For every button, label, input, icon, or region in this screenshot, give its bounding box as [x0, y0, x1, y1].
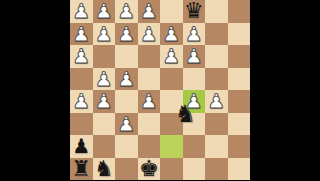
square-f3[interactable]: [115, 45, 138, 68]
square-h7[interactable]: ♟: [70, 135, 93, 158]
square-g7[interactable]: [93, 135, 116, 158]
square-h6[interactable]: [70, 113, 93, 136]
square-h8[interactable]: ♜: [70, 158, 93, 181]
white-pawn-on-g5: ♟: [95, 91, 113, 111]
square-a8[interactable]: [228, 158, 251, 181]
white-pawn-on-g2: ♟: [95, 24, 113, 44]
white-pawn-on-e5: ♟: [140, 91, 158, 111]
square-b7[interactable]: [205, 135, 228, 158]
black-knight-on-g8: ♞: [94, 158, 114, 180]
square-a2[interactable]: [228, 23, 251, 46]
black-rook-on-h8: ♜: [71, 158, 91, 180]
square-g2[interactable]: ♟: [93, 23, 116, 46]
square-c6[interactable]: [183, 113, 206, 136]
square-d8[interactable]: [160, 158, 183, 181]
square-g5[interactable]: ♟: [93, 90, 116, 113]
square-d2[interactable]: ♟: [160, 23, 183, 46]
white-pawn-on-f2: ♟: [117, 24, 135, 44]
square-e3[interactable]: [138, 45, 161, 68]
square-g1[interactable]: ♟: [93, 0, 116, 23]
square-a6[interactable]: [228, 113, 251, 136]
white-pawn-on-f1: ♟: [117, 1, 135, 21]
black-queen-on-c1: ♛: [184, 0, 204, 22]
white-pawn-on-g4: ♟: [95, 69, 113, 89]
square-c8[interactable]: [183, 158, 206, 181]
white-pawn-on-c5: ♟: [185, 91, 203, 111]
black-king-on-e8: ♚: [139, 158, 159, 180]
square-b3[interactable]: [205, 45, 228, 68]
square-b8[interactable]: [205, 158, 228, 181]
square-a5[interactable]: [228, 90, 251, 113]
white-pawn-on-h2: ♟: [72, 24, 90, 44]
square-a3[interactable]: [228, 45, 251, 68]
square-a1[interactable]: [228, 0, 251, 23]
white-pawn-on-h3: ♟: [72, 46, 90, 66]
white-pawn-on-d3: ♟: [162, 46, 180, 66]
square-h1[interactable]: ♟: [70, 0, 93, 23]
white-pawn-on-c3: ♟: [185, 46, 203, 66]
white-pawn-on-b5: ♟: [207, 91, 225, 111]
square-h3[interactable]: ♟: [70, 45, 93, 68]
square-c2[interactable]: ♟: [183, 23, 206, 46]
square-b6[interactable]: [205, 113, 228, 136]
square-a7[interactable]: [228, 135, 251, 158]
square-b5[interactable]: ♟: [205, 90, 228, 113]
square-g4[interactable]: ♟: [93, 68, 116, 91]
letterbox-left: [0, 0, 70, 180]
square-e2[interactable]: ♟: [138, 23, 161, 46]
white-pawn-on-c2: ♟: [185, 24, 203, 44]
letterbox-right: [250, 0, 320, 180]
white-pawn-on-e2: ♟: [140, 24, 158, 44]
square-e4[interactable]: [138, 68, 161, 91]
square-b2[interactable]: [205, 23, 228, 46]
square-c5[interactable]: ♟: [183, 90, 206, 113]
square-f1[interactable]: ♟: [115, 0, 138, 23]
square-c7[interactable]: [183, 135, 206, 158]
square-d1[interactable]: [160, 0, 183, 23]
square-c3[interactable]: ♟: [183, 45, 206, 68]
square-g8[interactable]: ♞: [93, 158, 116, 181]
square-a4[interactable]: [228, 68, 251, 91]
chess-board: ♟♟♟♟♛♟♟♟♟♟♟♟♟♟♟♟♟♟♟♟♟♟♟♜♞♚♞: [70, 0, 250, 180]
square-d5[interactable]: [160, 90, 183, 113]
square-d3[interactable]: ♟: [160, 45, 183, 68]
stage: ♟♟♟♟♛♟♟♟♟♟♟♟♟♟♟♟♟♟♟♟♟♟♟♜♞♚♞: [0, 0, 320, 180]
white-pawn-on-d2: ♟: [162, 24, 180, 44]
white-pawn-on-e1: ♟: [140, 1, 158, 21]
square-f6[interactable]: ♟: [115, 113, 138, 136]
square-f5[interactable]: [115, 90, 138, 113]
square-h5[interactable]: ♟: [70, 90, 93, 113]
white-pawn-on-h1: ♟: [72, 1, 90, 21]
white-pawn-on-f4: ♟: [117, 69, 135, 89]
square-b4[interactable]: [205, 68, 228, 91]
square-e1[interactable]: ♟: [138, 0, 161, 23]
square-c1[interactable]: ♛: [183, 0, 206, 23]
square-h2[interactable]: ♟: [70, 23, 93, 46]
white-pawn-on-h5: ♟: [72, 91, 90, 111]
square-e7[interactable]: [138, 135, 161, 158]
square-d6[interactable]: [160, 113, 183, 136]
square-f2[interactable]: ♟: [115, 23, 138, 46]
square-e8[interactable]: ♚: [138, 158, 161, 181]
square-f7[interactable]: [115, 135, 138, 158]
square-f4[interactable]: ♟: [115, 68, 138, 91]
square-g3[interactable]: [93, 45, 116, 68]
white-pawn-on-g1: ♟: [95, 1, 113, 21]
square-f8[interactable]: [115, 158, 138, 181]
square-b1[interactable]: [205, 0, 228, 23]
black-pawn-on-h7: ♟: [72, 136, 90, 156]
square-c4[interactable]: [183, 68, 206, 91]
square-e6[interactable]: [138, 113, 161, 136]
white-pawn-on-f6: ♟: [117, 114, 135, 134]
square-h4[interactable]: [70, 68, 93, 91]
square-e5[interactable]: ♟: [138, 90, 161, 113]
square-d7[interactable]: [160, 135, 183, 158]
square-g6[interactable]: [93, 113, 116, 136]
square-d4[interactable]: [160, 68, 183, 91]
